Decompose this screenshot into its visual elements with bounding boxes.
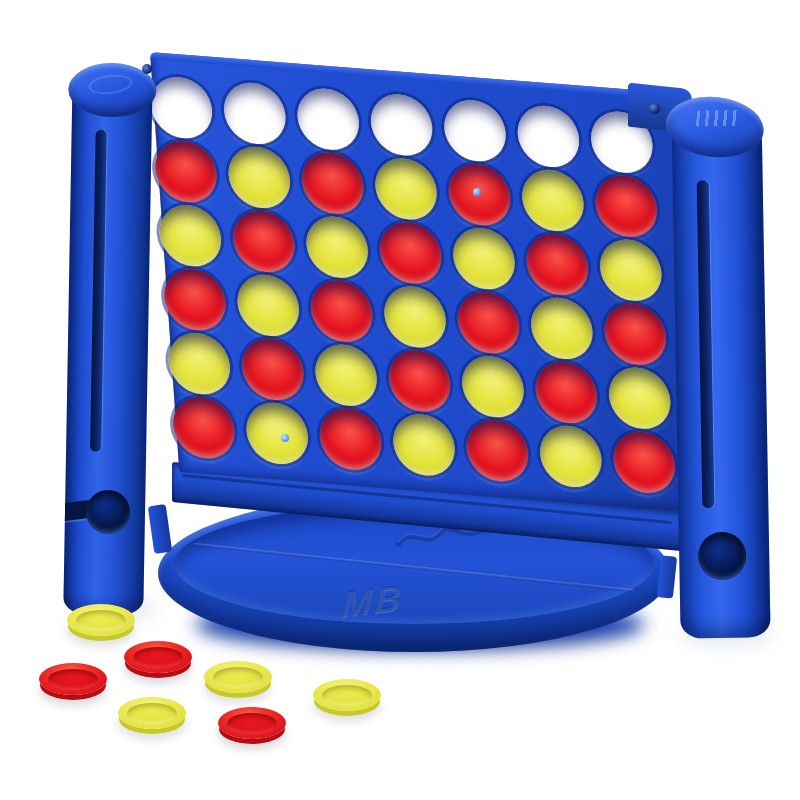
connect4-travel-game-photo: MB: [0, 0, 800, 800]
loose-disc-yellow-5[interactable]: [313, 679, 381, 711]
board-cell-r2c1[interactable]: [153, 139, 219, 205]
loose-disc-yellow-6[interactable]: [118, 697, 186, 729]
board-cell-r2c2[interactable]: [226, 145, 292, 211]
board-cell-r4c1[interactable]: [162, 267, 228, 333]
tray-left-latch: [148, 504, 173, 554]
disc-face: [227, 713, 277, 734]
hinge-pin-right: [649, 103, 660, 114]
disc-face: [127, 703, 177, 724]
board-cell-r5c6[interactable]: [534, 359, 600, 425]
board-cell-r2c6[interactable]: [520, 167, 586, 233]
board-cell-r1c6[interactable]: [516, 103, 582, 169]
board-cell-r3c7[interactable]: [598, 237, 664, 303]
loose-disc-red-2[interactable]: [124, 641, 192, 673]
board-cell-r6c2[interactable]: [244, 401, 310, 467]
disc-face: [133, 647, 183, 668]
disc-face: [322, 685, 372, 706]
board-cell-r2c3[interactable]: [300, 150, 366, 216]
loose-disc-yellow-4[interactable]: [204, 661, 272, 693]
loose-disc-yellow-1[interactable]: [67, 604, 135, 636]
board-cell-r1c3[interactable]: [295, 86, 361, 152]
board-cell-r2c4[interactable]: [373, 156, 439, 222]
board-cell-r4c7[interactable]: [602, 301, 668, 367]
board-cell-r5c3[interactable]: [313, 342, 379, 408]
left-pillar-slot: [90, 130, 107, 452]
board-cell-r3c6[interactable]: [525, 231, 591, 297]
board-cell-r5c1[interactable]: [166, 331, 232, 397]
board-cell-r4c4[interactable]: [382, 284, 448, 350]
mold-sprue-dot: [281, 434, 289, 442]
board-grid: [149, 75, 677, 495]
board-cell-r1c2[interactable]: [222, 81, 288, 147]
board-cell-r5c4[interactable]: [387, 348, 453, 414]
board-cell-r2c7[interactable]: [593, 173, 659, 239]
disc-face: [213, 667, 263, 688]
tray-right-latch: [657, 555, 677, 598]
board-cell-r5c2[interactable]: [240, 337, 306, 403]
board-cell-r4c2[interactable]: [235, 273, 301, 339]
left-cap-emboss-oval: [87, 72, 133, 96]
board-cell-r6c7[interactable]: [611, 429, 677, 495]
embossed-mb-logo: MB: [341, 576, 405, 626]
board-cell-r5c5[interactable]: [460, 354, 526, 420]
right-pillar-lock-hole: [698, 532, 747, 581]
board-cell-r6c4[interactable]: [391, 412, 457, 478]
disc-face: [76, 610, 126, 631]
hinge-pin-left: [142, 64, 152, 74]
board-cell-r5c7[interactable]: [607, 365, 673, 431]
left-support-pillar: [63, 67, 153, 614]
board-cell-r1c5[interactable]: [442, 98, 508, 164]
board-cell-r4c6[interactable]: [529, 295, 595, 361]
loose-disc-red-7[interactable]: [218, 707, 286, 739]
board-cell-r3c3[interactable]: [304, 214, 370, 280]
board-cell-r1c4[interactable]: [369, 92, 435, 158]
board-cell-r3c4[interactable]: [378, 220, 444, 286]
right-pillar-slot: [697, 180, 715, 508]
right-cap-embossed-dashes: [696, 110, 738, 127]
board-cell-r3c1[interactable]: [158, 203, 224, 269]
right-support-pillar: [671, 103, 770, 638]
board-cell-r1c1[interactable]: [149, 75, 215, 141]
board-cell-r6c1[interactable]: [171, 395, 237, 461]
board-cell-r6c6[interactable]: [538, 423, 604, 489]
board-cell-r3c2[interactable]: [231, 209, 297, 275]
mold-sprue-dot: [473, 188, 481, 196]
loose-disc-red-3[interactable]: [39, 663, 107, 695]
board-cell-r6c3[interactable]: [318, 406, 384, 472]
board-cell-r4c5[interactable]: [456, 290, 522, 356]
board-cell-r6c5[interactable]: [465, 418, 531, 484]
disc-face: [48, 669, 98, 690]
board-cell-r3c5[interactable]: [451, 226, 517, 292]
board-cell-r4c3[interactable]: [309, 278, 375, 344]
left-pillar-lock-hole: [86, 490, 131, 535]
